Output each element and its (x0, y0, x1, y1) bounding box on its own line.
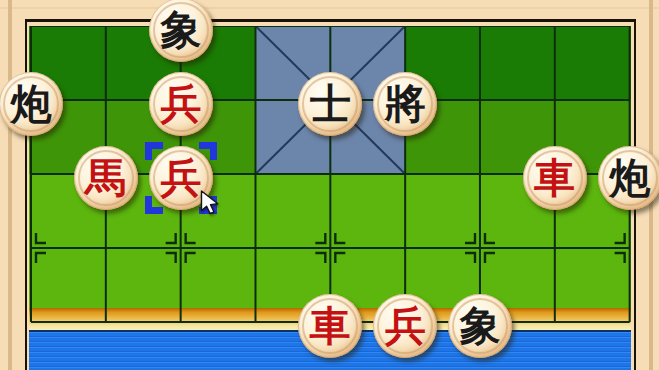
piece-black-cannon[interactable]: 炮 (0, 72, 63, 136)
piece-red-chariot[interactable]: 車 (523, 146, 587, 210)
piece-red-soldier[interactable]: 兵 (373, 294, 437, 358)
mouse-cursor-icon (200, 190, 220, 216)
piece-glyph: 將 (373, 72, 437, 136)
piece-glyph: 炮 (598, 146, 659, 210)
frame-groove-left (8, 0, 12, 370)
piece-red-horse[interactable]: 馬 (74, 146, 138, 210)
xiangqi-game-window: 象炮兵士將馬兵車炮車兵象 (0, 0, 659, 370)
piece-black-advisor[interactable]: 士 (298, 72, 362, 136)
piece-glyph: 兵 (149, 72, 213, 136)
frame-groove-top (0, 7, 659, 9)
piece-glyph: 象 (149, 0, 213, 62)
piece-red-soldier[interactable]: 兵 (149, 72, 213, 136)
piece-black-cannon[interactable]: 炮 (598, 146, 659, 210)
piece-glyph: 車 (523, 146, 587, 210)
piece-black-elephant[interactable]: 象 (448, 294, 512, 358)
piece-glyph: 車 (298, 294, 362, 358)
piece-glyph: 象 (448, 294, 512, 358)
piece-black-general[interactable]: 將 (373, 72, 437, 136)
piece-black-elephant[interactable]: 象 (149, 0, 213, 62)
piece-glyph: 炮 (0, 72, 63, 136)
piece-red-chariot[interactable]: 車 (298, 294, 362, 358)
piece-glyph: 馬 (74, 146, 138, 210)
piece-glyph: 士 (298, 72, 362, 136)
piece-glyph: 兵 (373, 294, 437, 358)
